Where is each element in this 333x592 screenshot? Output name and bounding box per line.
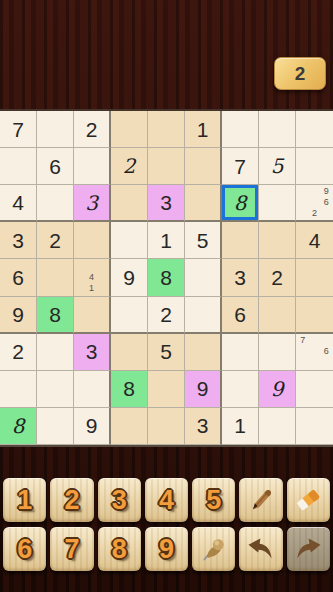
counter-badge-value: 2 [295,63,306,85]
cell-r4c9[interactable]: 4 [296,222,333,259]
given-digit: 1 [234,415,246,436]
cell-r5c7[interactable]: 3 [222,259,259,296]
cell-r1c2[interactable] [37,111,74,148]
key-label: 5 [206,487,221,514]
cell-r8c7[interactable] [222,371,259,408]
given-digit: 9 [12,304,24,325]
cell-r1c8[interactable] [259,111,296,148]
pencil-marks: 76 [297,335,332,369]
counter-badge: 2 [274,57,326,90]
given-digit: 8 [160,267,172,288]
num-button-2[interactable]: 2 [50,478,93,522]
cell-r6c6[interactable] [185,297,222,334]
pencil-mark-digit: 6 [320,346,332,357]
cell-r5c6[interactable] [185,259,222,296]
cell-r4c7[interactable] [222,222,259,259]
given-digit: 5 [160,341,172,362]
cell-r9c3[interactable]: 9 [74,408,111,445]
cell-r9c2[interactable] [37,408,74,445]
cell-r8c9[interactable] [296,371,333,408]
keypad-row-1: 12345 [0,478,333,522]
cell-r8c5[interactable] [148,371,185,408]
eraser-button[interactable] [287,478,330,522]
given-digit: 7 [234,156,246,177]
cell-r6c9[interactable] [296,297,333,334]
cell-r9c8[interactable] [259,408,296,445]
cell-r2c2[interactable]: 6 [37,148,74,185]
cell-r7c4[interactable] [111,334,148,371]
cell-r3c8[interactable] [259,185,296,222]
cell-r5c5[interactable]: 8 [148,259,185,296]
cell-r7c8[interactable] [259,334,296,371]
num-button-4[interactable]: 4 [145,478,188,522]
cell-r9c6[interactable]: 3 [185,408,222,445]
cell-r3c3[interactable]: 3 [74,185,111,222]
cell-r7c1[interactable]: 2 [0,334,37,371]
cell-r6c1[interactable]: 9 [0,297,37,334]
undo-icon [246,534,276,564]
redo-icon [293,534,323,564]
cell-r2c7[interactable]: 7 [222,148,259,185]
num-button-1[interactable]: 1 [3,478,46,522]
cell-r4c8[interactable] [259,222,296,259]
cell-r9c4[interactable] [111,408,148,445]
pencil-mark-digit: 9 [320,186,332,197]
pencil-mark-digit: 6 [320,197,332,208]
key-label: 1 [17,487,32,514]
cell-r1c6[interactable]: 1 [185,111,222,148]
cell-r5c2[interactable] [37,259,74,296]
cell-r2c8[interactable]: 5 [259,148,296,185]
user-digit: 9 [271,379,284,399]
given-digit: 3 [234,267,246,288]
cell-r4c4[interactable] [111,222,148,259]
cell-r1c5[interactable] [148,111,185,148]
cell-r3c4[interactable] [111,185,148,222]
pencil-icon [247,486,275,514]
cell-r5c1[interactable]: 6 [0,259,37,296]
cell-r6c7[interactable]: 6 [222,297,259,334]
sudoku-app: 2 72162754338962321546419832982623576899… [0,0,333,592]
pencil-marks: 962 [297,186,332,219]
key-label: 3 [112,487,127,514]
cell-r7c3[interactable]: 3 [74,334,111,371]
cell-r6c5[interactable]: 2 [148,297,185,334]
given-digit: 6 [12,267,24,288]
cell-r2c6[interactable] [185,148,222,185]
cell-r5c3[interactable]: 41 [74,259,111,296]
num-button-3[interactable]: 3 [98,478,141,522]
cell-r4c1[interactable]: 3 [0,222,37,259]
given-digit: 1 [197,119,209,140]
given-digit: 6 [234,304,246,325]
num-button-9[interactable]: 9 [145,527,188,571]
cell-r4c6[interactable]: 5 [185,222,222,259]
given-digit: 8 [123,378,135,399]
cell-r8c3[interactable] [74,371,111,408]
given-digit: 2 [49,230,61,251]
cell-r9c5[interactable] [148,408,185,445]
cell-r7c2[interactable] [37,334,74,371]
cell-r6c8[interactable] [259,297,296,334]
cell-r1c7[interactable] [222,111,259,148]
pin-icon [200,535,228,563]
pencil-button[interactable] [239,478,282,522]
key-label: 9 [159,536,174,563]
cell-r1c9[interactable] [296,111,333,148]
given-digit: 9 [197,378,209,399]
cell-r3c7[interactable]: 8 [222,185,259,222]
cell-r7c7[interactable] [222,334,259,371]
cell-r4c2[interactable]: 2 [37,222,74,259]
pencil-mark-digit: 2 [309,208,321,219]
cell-r4c3[interactable] [74,222,111,259]
cell-r4c5[interactable]: 1 [148,222,185,259]
cell-r2c5[interactable] [148,148,185,185]
sudoku-board: 7216275433896232154641983298262357689989… [0,109,333,447]
given-digit: 6 [49,156,61,177]
cell-r6c3[interactable] [74,297,111,334]
cell-r2c9[interactable] [296,148,333,185]
cell-r7c5[interactable]: 5 [148,334,185,371]
key-label: 2 [64,487,79,514]
given-digit: 9 [123,267,135,288]
eraser-icon [294,486,322,514]
cell-r3c1[interactable]: 4 [0,185,37,222]
redo-button[interactable] [287,527,330,571]
cell-r8c6[interactable]: 9 [185,371,222,408]
cell-r7c6[interactable] [185,334,222,371]
pencil-mark-digit: 7 [297,335,309,346]
cell-r8c1[interactable] [0,371,37,408]
cell-r5c9[interactable] [296,259,333,296]
given-digit: 3 [160,192,172,213]
given-digit: 3 [197,415,209,436]
given-digit: 2 [12,341,24,362]
given-digit: 2 [86,119,98,140]
key-label: 4 [159,487,174,514]
cell-r3c9[interactable]: 962 [296,185,333,222]
cell-r2c4[interactable]: 2 [111,148,148,185]
num-button-8[interactable]: 8 [98,527,141,571]
key-label: 6 [17,536,32,563]
pencil-mark-digit: 4 [86,272,97,283]
user-digit: 8 [234,193,247,213]
cell-r1c3[interactable]: 2 [74,111,111,148]
cell-r2c3[interactable] [74,148,111,185]
user-digit: 5 [271,156,284,176]
cell-r2c1[interactable] [0,148,37,185]
cell-r6c4[interactable] [111,297,148,334]
num-button-6[interactable]: 6 [3,527,46,571]
pencil-marks: 41 [75,260,108,294]
cell-r8c8[interactable]: 9 [259,371,296,408]
key-label: 8 [112,536,127,563]
given-digit: 3 [12,230,24,251]
num-button-7[interactable]: 7 [50,527,93,571]
given-digit: 2 [271,267,283,288]
key-label: 7 [64,536,79,563]
cell-r9c9[interactable] [296,408,333,445]
cell-r7c9[interactable]: 76 [296,334,333,371]
pencil-mark-digit: 1 [86,283,97,294]
undo-button[interactable] [239,527,282,571]
given-digit: 8 [49,304,61,325]
given-digit: 4 [12,192,24,213]
cell-r1c4[interactable] [111,111,148,148]
cell-r8c4[interactable]: 8 [111,371,148,408]
given-digit: 3 [86,341,98,362]
given-digit: 4 [309,230,321,251]
given-digit: 2 [160,304,172,325]
pin-button[interactable] [192,527,235,571]
user-digit: 3 [85,193,98,213]
cell-r8c2[interactable] [37,371,74,408]
cell-r9c1[interactable]: 8 [0,408,37,445]
cell-r1c1[interactable]: 7 [0,111,37,148]
user-digit: 8 [12,416,25,436]
given-digit: 5 [197,230,209,251]
cell-r3c5[interactable]: 3 [148,185,185,222]
num-button-5[interactable]: 5 [192,478,235,522]
given-digit: 1 [160,230,172,251]
cell-r5c4[interactable]: 9 [111,259,148,296]
cell-r3c2[interactable] [37,185,74,222]
cell-r6c2[interactable]: 8 [37,297,74,334]
keypad: 12345 6789 [0,478,333,576]
cell-r5c8[interactable]: 2 [259,259,296,296]
given-digit: 7 [12,119,24,140]
user-digit: 2 [123,156,136,176]
cell-r9c7[interactable]: 1 [222,408,259,445]
keypad-row-2: 6789 [0,527,333,571]
given-digit: 9 [86,415,98,436]
cell-r3c6[interactable] [185,185,222,222]
